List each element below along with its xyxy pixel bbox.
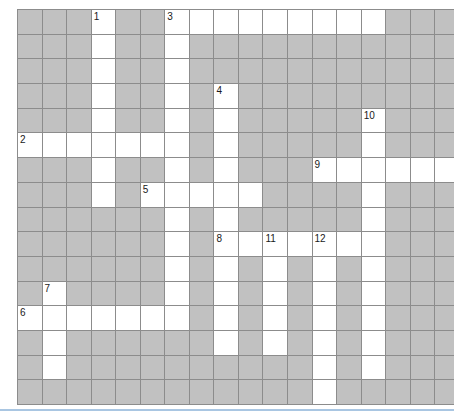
crossword-cell-open[interactable] <box>239 183 264 208</box>
crossword-cell-open[interactable] <box>92 158 117 183</box>
crossword-cell-open[interactable] <box>214 306 239 331</box>
crossword-cell-blocked <box>18 208 43 233</box>
crossword-cell-blocked <box>116 232 141 257</box>
crossword-cell-open[interactable] <box>43 306 68 331</box>
clue-number: 2 <box>20 134 26 145</box>
crossword-cell-open[interactable] <box>165 133 190 158</box>
crossword-cell-blocked <box>239 109 264 134</box>
crossword-cell-blocked <box>141 356 166 381</box>
crossword-cell-blocked <box>337 59 362 84</box>
crossword-cell-open[interactable] <box>43 331 68 356</box>
crossword-cell-blocked <box>288 158 313 183</box>
crossword-cell-blocked <box>43 84 68 109</box>
crossword-cell-blocked <box>18 158 43 183</box>
crossword-cell-blocked <box>92 208 117 233</box>
crossword-cell-blocked <box>18 331 43 356</box>
crossword-cell-blocked <box>190 331 215 356</box>
crossword-cell-blocked <box>67 257 92 282</box>
crossword-cell-blocked <box>386 109 411 134</box>
crossword-cell-blocked <box>337 380 362 405</box>
crossword-cell-blocked <box>239 158 264 183</box>
crossword-cell-open[interactable] <box>165 183 190 208</box>
crossword-cell-blocked <box>18 282 43 307</box>
crossword-cell-blocked <box>92 356 117 381</box>
crossword-cell-open[interactable] <box>362 282 387 307</box>
crossword-cell-open[interactable] <box>190 10 215 35</box>
crossword-cell-blocked <box>362 35 387 60</box>
crossword-cell-blocked <box>43 232 68 257</box>
crossword-cell-blocked <box>288 59 313 84</box>
crossword-cell-blocked <box>92 232 117 257</box>
crossword-cell-blocked <box>386 183 411 208</box>
crossword-cell-open[interactable] <box>214 133 239 158</box>
crossword-cell-open[interactable] <box>165 59 190 84</box>
crossword-cell-blocked <box>386 232 411 257</box>
crossword-cell-blocked <box>411 59 436 84</box>
crossword-cell-blocked <box>67 84 92 109</box>
crossword-cell-blocked <box>386 380 411 405</box>
crossword-cell-open[interactable] <box>263 306 288 331</box>
crossword-cell-open[interactable] <box>214 331 239 356</box>
crossword-cell-blocked <box>313 133 338 158</box>
crossword-cell-blocked <box>67 183 92 208</box>
crossword-cell-blocked <box>18 59 43 84</box>
crossword-cell-blocked <box>411 109 436 134</box>
crossword-cell-blocked <box>288 208 313 233</box>
clue-number: 4 <box>216 85 222 96</box>
crossword-cell-open[interactable] <box>92 183 117 208</box>
clue-number: 12 <box>315 233 326 244</box>
crossword-cell-blocked <box>67 232 92 257</box>
crossword-cell-open[interactable] <box>362 133 387 158</box>
crossword-cell-blocked <box>116 208 141 233</box>
crossword-cell-blocked <box>18 10 43 35</box>
crossword-cell-blocked <box>141 331 166 356</box>
crossword-cell-open[interactable] <box>362 356 387 381</box>
crossword-cell-blocked <box>67 356 92 381</box>
crossword-cell-blocked <box>288 84 313 109</box>
crossword-cell-open[interactable]: 2 <box>18 133 43 158</box>
crossword-cell-open[interactable] <box>165 208 190 233</box>
crossword-cell-blocked <box>263 84 288 109</box>
crossword-cell-open[interactable] <box>165 84 190 109</box>
crossword-cell-blocked <box>337 84 362 109</box>
crossword-cell-blocked <box>386 356 411 381</box>
crossword-cell-blocked <box>43 59 68 84</box>
crossword-cell-blocked <box>263 183 288 208</box>
crossword-cell-blocked <box>190 356 215 381</box>
crossword-cell-open[interactable] <box>288 10 313 35</box>
crossword-cell-open[interactable] <box>67 133 92 158</box>
crossword-cell-blocked <box>190 282 215 307</box>
crossword-cell-open[interactable] <box>165 282 190 307</box>
crossword-cell-blocked <box>214 35 239 60</box>
crossword-cell-blocked <box>386 331 411 356</box>
crossword-cell-blocked <box>190 84 215 109</box>
crossword-cell-blocked <box>263 133 288 158</box>
crossword-cell-open[interactable] <box>214 109 239 134</box>
crossword-cell-open[interactable] <box>165 306 190 331</box>
crossword-cell-blocked <box>386 35 411 60</box>
crossword-cell-blocked <box>239 59 264 84</box>
crossword-cell-blocked <box>435 306 454 331</box>
clue-number: 1 <box>94 11 100 22</box>
window-bottom-edge-line <box>0 409 454 411</box>
crossword-cell-open[interactable] <box>92 84 117 109</box>
crossword-cell-blocked <box>263 208 288 233</box>
crossword-cell-blocked <box>411 232 436 257</box>
crossword-cell-open[interactable] <box>313 331 338 356</box>
crossword-cell-open[interactable] <box>214 10 239 35</box>
crossword-cell-blocked <box>43 257 68 282</box>
clue-number: 5 <box>143 184 149 195</box>
crossword-cell-open[interactable] <box>337 158 362 183</box>
crossword-cell-open[interactable] <box>43 133 68 158</box>
crossword-cell-open[interactable]: 10 <box>362 109 387 134</box>
crossword-cell-open[interactable] <box>141 133 166 158</box>
crossword-cell-blocked <box>67 10 92 35</box>
crossword-cell-blocked <box>435 84 454 109</box>
crossword-cell-open[interactable] <box>116 306 141 331</box>
crossword-cell-blocked <box>67 282 92 307</box>
crossword-cell-blocked <box>190 109 215 134</box>
crossword-cell-blocked <box>435 257 454 282</box>
crossword-cell-blocked <box>435 10 454 35</box>
crossword-cell-open[interactable] <box>92 306 117 331</box>
crossword-cell-blocked <box>141 380 166 405</box>
crossword-cell-blocked <box>386 133 411 158</box>
crossword-cell-blocked <box>165 331 190 356</box>
crossword-cell-open[interactable] <box>362 158 387 183</box>
crossword-cell-blocked <box>116 183 141 208</box>
crossword-cell-blocked <box>337 331 362 356</box>
crossword-cell-blocked <box>18 232 43 257</box>
crossword-cell-blocked <box>18 380 43 405</box>
crossword-cell-open[interactable] <box>362 208 387 233</box>
crossword-cell-open[interactable] <box>263 257 288 282</box>
crossword-cell-blocked <box>214 59 239 84</box>
crossword-cell-open[interactable] <box>288 232 313 257</box>
crossword-cell-blocked <box>411 183 436 208</box>
clue-number: 8 <box>216 233 222 244</box>
crossword-cell-blocked <box>116 380 141 405</box>
crossword-cell-blocked <box>411 208 436 233</box>
crossword-cell-blocked <box>435 208 454 233</box>
crossword-cell-blocked <box>313 59 338 84</box>
crossword-cell-open[interactable] <box>313 10 338 35</box>
crossword-cell-blocked <box>337 306 362 331</box>
crossword-cell-blocked <box>67 59 92 84</box>
crossword-cell-open[interactable] <box>313 356 338 381</box>
crossword-cell-blocked <box>141 282 166 307</box>
crossword-cell-open[interactable]: 3 <box>165 10 190 35</box>
crossword-cell-blocked <box>411 282 436 307</box>
crossword-cell-blocked <box>116 84 141 109</box>
crossword-cell-open[interactable] <box>214 158 239 183</box>
crossword-cell-blocked <box>288 356 313 381</box>
clue-number: 7 <box>45 283 51 294</box>
crossword-cell-open[interactable] <box>165 35 190 60</box>
crossword-cell-blocked <box>190 208 215 233</box>
crossword-cell-blocked <box>239 356 264 381</box>
crossword-cell-open[interactable] <box>214 208 239 233</box>
crossword-cell-blocked <box>165 356 190 381</box>
crossword-cell-open[interactable] <box>362 257 387 282</box>
crossword-cell-blocked <box>288 133 313 158</box>
crossword-cell-blocked <box>18 84 43 109</box>
crossword-cell-blocked <box>116 356 141 381</box>
crossword-cell-open[interactable] <box>313 282 338 307</box>
crossword-cell-blocked <box>288 257 313 282</box>
crossword-cell-open[interactable] <box>92 59 117 84</box>
crossword-cell-open[interactable] <box>165 109 190 134</box>
crossword-cell-blocked <box>411 10 436 35</box>
crossword-cell-blocked <box>43 158 68 183</box>
crossword-cell-blocked <box>43 183 68 208</box>
crossword-cell-blocked <box>239 133 264 158</box>
crossword-cell-open[interactable] <box>239 10 264 35</box>
crossword-cell-blocked <box>18 109 43 134</box>
crossword-cell-open[interactable] <box>214 257 239 282</box>
crossword-cell-blocked <box>116 158 141 183</box>
crossword-cell-blocked <box>435 133 454 158</box>
crossword-cell-blocked <box>263 380 288 405</box>
crossword-cell-blocked <box>313 35 338 60</box>
crossword-cell-blocked <box>239 84 264 109</box>
crossword-cell-blocked <box>337 257 362 282</box>
crossword-cell-blocked <box>190 232 215 257</box>
crossword-cell-blocked <box>337 282 362 307</box>
crossword-cell-blocked <box>18 183 43 208</box>
crossword-cell-open[interactable] <box>43 356 68 381</box>
crossword-cell-blocked <box>141 10 166 35</box>
crossword-cell-open[interactable] <box>165 232 190 257</box>
crossword-cell-blocked <box>141 59 166 84</box>
crossword-cell-open[interactable] <box>92 109 117 134</box>
clue-number: 11 <box>265 233 275 244</box>
crossword-cell-blocked <box>190 257 215 282</box>
crossword-cell-blocked <box>92 257 117 282</box>
crossword-cell-open[interactable] <box>362 183 387 208</box>
clue-number: 3 <box>167 11 173 22</box>
crossword-cell-blocked <box>92 282 117 307</box>
crossword-cell-open[interactable] <box>239 232 264 257</box>
crossword-cell-open[interactable] <box>362 232 387 257</box>
crossword-cell-blocked <box>435 232 454 257</box>
crossword-cell-open[interactable]: 12 <box>313 232 338 257</box>
crossword-cell-open[interactable] <box>214 183 239 208</box>
crossword-cell-blocked <box>435 109 454 134</box>
crossword-cell-blocked <box>435 356 454 381</box>
crossword-cell-blocked <box>116 282 141 307</box>
crossword-cell-blocked <box>141 208 166 233</box>
crossword-cell-open[interactable]: 8 <box>214 232 239 257</box>
crossword-cell-blocked <box>337 183 362 208</box>
crossword-cell-open[interactable] <box>263 10 288 35</box>
crossword-cell-blocked <box>386 10 411 35</box>
crossword-cell-blocked <box>18 257 43 282</box>
crossword-cell-open[interactable] <box>92 133 117 158</box>
crossword-cell-blocked <box>411 380 436 405</box>
crossword-cell-open[interactable]: 11 <box>263 232 288 257</box>
crossword-cell-blocked <box>239 282 264 307</box>
crossword-cell-blocked <box>313 84 338 109</box>
crossword-cell-blocked <box>141 232 166 257</box>
crossword-cell-blocked <box>288 109 313 134</box>
crossword-cell-open[interactable]: 9 <box>313 158 338 183</box>
crossword-cell-blocked <box>239 35 264 60</box>
crossword-cell-open[interactable] <box>165 158 190 183</box>
crossword-cell-open[interactable] <box>263 282 288 307</box>
crossword-cell-blocked <box>411 331 436 356</box>
crossword-cell-blocked <box>214 356 239 381</box>
crossword-cell-blocked <box>116 257 141 282</box>
crossword-cell-open[interactable] <box>214 282 239 307</box>
crossword-cell-blocked <box>263 356 288 381</box>
clue-number: 9 <box>315 159 321 170</box>
crossword-cell-open[interactable] <box>411 158 436 183</box>
crossword-cell-blocked <box>288 306 313 331</box>
crossword-cell-open[interactable] <box>165 257 190 282</box>
crossword-cell-open[interactable] <box>313 380 338 405</box>
crossword-page: 134102958111276 <box>0 0 454 412</box>
crossword-cell-blocked <box>165 380 190 405</box>
crossword-cell-blocked <box>411 35 436 60</box>
clue-number: 6 <box>20 307 26 318</box>
crossword-cell-blocked <box>337 356 362 381</box>
crossword-cell-blocked <box>288 282 313 307</box>
crossword-cell-open[interactable] <box>313 306 338 331</box>
crossword-cell-open[interactable] <box>141 306 166 331</box>
crossword-cell-blocked <box>411 356 436 381</box>
crossword-cell-blocked <box>92 380 117 405</box>
crossword-cell-blocked <box>435 183 454 208</box>
crossword-cell-blocked <box>141 84 166 109</box>
crossword-cell-blocked <box>337 109 362 134</box>
crossword-cell-blocked <box>337 208 362 233</box>
crossword-cell-blocked <box>116 331 141 356</box>
crossword-cell-blocked <box>435 331 454 356</box>
crossword-cell-blocked <box>386 208 411 233</box>
crossword-cell-open[interactable] <box>362 10 387 35</box>
crossword-cell-blocked <box>288 331 313 356</box>
crossword-cell-blocked <box>43 35 68 60</box>
crossword-cell-open[interactable] <box>386 158 411 183</box>
crossword-cell-blocked <box>43 208 68 233</box>
crossword-cell-open[interactable] <box>190 183 215 208</box>
crossword-cell-open[interactable] <box>362 331 387 356</box>
crossword-cell-blocked <box>337 35 362 60</box>
crossword-cell-blocked <box>362 84 387 109</box>
crossword-cell-blocked <box>214 380 239 405</box>
crossword-cell-blocked <box>67 208 92 233</box>
crossword-cell-open[interactable]: 1 <box>92 10 117 35</box>
crossword-cell-blocked <box>141 109 166 134</box>
crossword-cell-blocked <box>190 59 215 84</box>
crossword-cell-blocked <box>67 109 92 134</box>
crossword-cell-open[interactable] <box>263 331 288 356</box>
crossword-cell-blocked <box>43 380 68 405</box>
crossword-cell-blocked <box>141 257 166 282</box>
crossword-cell-blocked <box>141 35 166 60</box>
crossword-cell-blocked <box>288 35 313 60</box>
crossword-cell-blocked <box>239 331 264 356</box>
crossword-cell-blocked <box>67 35 92 60</box>
crossword-cell-blocked <box>263 35 288 60</box>
crossword-cell-blocked <box>190 380 215 405</box>
crossword-cell-blocked <box>386 257 411 282</box>
crossword-cell-blocked <box>288 380 313 405</box>
crossword-cell-blocked <box>313 109 338 134</box>
crossword-cell-blocked <box>18 356 43 381</box>
crossword-cell-blocked <box>116 109 141 134</box>
crossword-cell-blocked <box>43 10 68 35</box>
crossword-cell-blocked <box>435 35 454 60</box>
crossword-cell-blocked <box>386 306 411 331</box>
crossword-cell-blocked <box>92 331 117 356</box>
crossword-cell-blocked <box>313 183 338 208</box>
crossword-cell-blocked <box>239 380 264 405</box>
crossword-cell-open[interactable] <box>337 10 362 35</box>
crossword-cell-open[interactable] <box>337 232 362 257</box>
crossword-cell-blocked <box>190 35 215 60</box>
crossword-cell-blocked <box>67 331 92 356</box>
crossword-cell-blocked <box>362 380 387 405</box>
crossword-cell-open[interactable] <box>67 306 92 331</box>
clue-number: 10 <box>364 110 375 121</box>
crossword-cell-blocked <box>435 59 454 84</box>
crossword-cell-open[interactable]: 7 <box>43 282 68 307</box>
crossword-cell-open[interactable] <box>362 306 387 331</box>
crossword-cell-blocked <box>263 109 288 134</box>
crossword-cell-blocked <box>239 257 264 282</box>
crossword-cell-blocked <box>263 59 288 84</box>
crossword-cell-open[interactable]: 4 <box>214 84 239 109</box>
crossword-cell-open[interactable]: 6 <box>18 306 43 331</box>
crossword-cell-open[interactable] <box>116 133 141 158</box>
crossword-cell-blocked <box>435 380 454 405</box>
crossword-cell-blocked <box>116 35 141 60</box>
crossword-cell-open[interactable]: 5 <box>141 183 166 208</box>
crossword-cell-open[interactable] <box>313 257 338 282</box>
crossword-cell-open[interactable] <box>435 158 454 183</box>
crossword-cell-blocked <box>386 84 411 109</box>
crossword-grid: 134102958111276 <box>17 9 454 405</box>
crossword-cell-blocked <box>411 84 436 109</box>
crossword-cell-blocked <box>190 133 215 158</box>
crossword-cell-blocked <box>411 133 436 158</box>
crossword-cell-blocked <box>18 35 43 60</box>
crossword-cell-blocked <box>411 257 436 282</box>
crossword-cell-blocked <box>43 109 68 134</box>
crossword-cell-blocked <box>116 10 141 35</box>
crossword-cell-blocked <box>116 59 141 84</box>
crossword-cell-open[interactable] <box>92 35 117 60</box>
crossword-cell-blocked <box>190 158 215 183</box>
crossword-cell-blocked <box>288 183 313 208</box>
crossword-cell-blocked <box>67 380 92 405</box>
crossword-cell-blocked <box>386 59 411 84</box>
crossword-cell-blocked <box>435 282 454 307</box>
crossword-cell-blocked <box>411 306 436 331</box>
crossword-cell-blocked <box>386 282 411 307</box>
crossword-cell-blocked <box>263 158 288 183</box>
crossword-cell-blocked <box>239 306 264 331</box>
crossword-cell-blocked <box>362 59 387 84</box>
crossword-cell-blocked <box>67 158 92 183</box>
crossword-cell-blocked <box>190 306 215 331</box>
crossword-cell-blocked <box>337 133 362 158</box>
